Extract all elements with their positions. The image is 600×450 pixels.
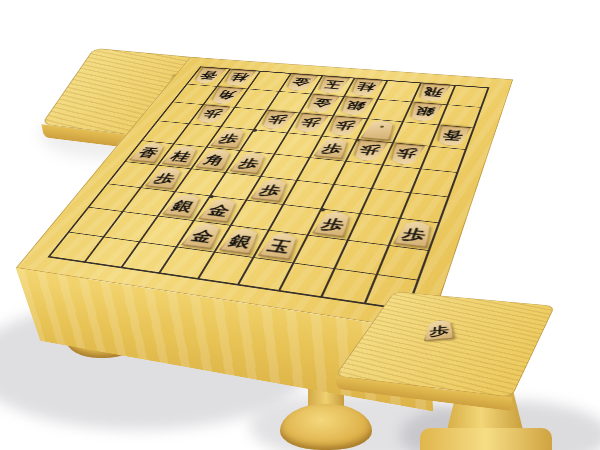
piece-kanji: 桂 [221,70,256,87]
shogi-piece: 歩 [312,210,355,237]
shogi-piece: 金 [283,74,318,92]
shogi-piece: 香 [190,67,225,84]
shogi-piece: 歩 [230,151,270,174]
piece-kanji: 歩 [387,143,425,166]
shogi-piece: 歩 [326,116,363,137]
shogi-piece: 銀 [337,97,373,117]
shogi-piece: 金 [181,221,226,249]
piece-kanji: 玉 [258,231,303,260]
piece-kanji: 銀 [406,102,442,122]
piece-kanji: 銀 [219,226,264,254]
photo-stage: 歩 香桂金玉桂飛角金銀銀歩歩歩歩香歩歩歩歩香桂角歩歩歩銀金歩歩金銀玉 [0,0,600,450]
piece-kanji: 金 [303,94,339,113]
shogi-piece: 歩 [393,219,435,248]
piece-kanji: 歩 [291,113,328,134]
shogi-piece: 銀 [406,102,442,122]
piece-kanji: 桂 [348,79,383,98]
shogi-piece: 玉 [315,76,350,94]
shogi-piece: 銀 [162,192,205,217]
shogi-piece: 角 [195,148,235,170]
piece-kanji: 金 [198,197,241,223]
shogi-piece: 歩 [314,137,353,159]
komadai-pedestal-base [420,428,552,450]
piece-kanji: 銀 [337,97,373,117]
piece-kanji: 香 [190,67,225,84]
foot-bulb [280,404,372,450]
shogi-piece: 歩 [193,105,231,125]
shogi-piece: 香 [434,125,471,147]
piece-body [361,119,398,140]
shogi-piece: 金 [198,197,241,223]
piece-kanji: 角 [207,87,244,105]
piece-body [219,226,264,254]
piece-kanji: 歩 [250,177,291,202]
piece-kanji: 飛 [416,84,451,103]
piece-kanji: 歩 [210,127,249,148]
piece-kanji: 歩 [145,166,187,189]
shogi-piece: 歩 [145,166,187,189]
star-point [252,129,258,132]
piece-body [250,177,291,202]
shogi-piece: 歩 [210,127,249,148]
piece-kanji: 金 [283,74,318,92]
shogi-piece: 銀 [219,226,264,254]
star-point [208,195,215,199]
shogi-piece: 歩 [387,143,425,166]
shogi-piece: 角 [207,87,244,105]
star-point [319,208,326,212]
piece-body [181,221,226,249]
shogi-piece: 歩 [291,113,328,134]
piece-kanji: 歩 [312,210,355,237]
shogi-piece: 玉 [258,231,303,260]
shogi-piece: 桂 [221,70,256,87]
komadai-right: 歩 [348,250,548,430]
shogi-piece: 歩 [250,177,291,202]
piece-kanji: 歩 [230,151,270,174]
piece-body [258,231,303,260]
piece-kanji: 香 [434,125,471,147]
shogi-piece: 金 [303,94,339,113]
piece-kanji: 歩 [314,137,353,159]
shogi-piece: 飛 [416,84,451,103]
piece-kanji: 歩 [193,105,231,125]
piece-kanji: 銀 [162,192,205,217]
shogi-piece: 桂 [348,79,383,98]
piece-body [198,197,241,223]
piece-body [162,192,205,217]
piece-body [393,219,435,248]
piece-kanji: 金 [181,221,226,249]
piece-body [312,210,355,237]
piece-kanji: 歩 [258,111,296,131]
piece-kanji: 歩 [326,116,363,137]
shogi-piece: 歩 [350,140,388,163]
piece-kanji: 玉 [315,76,350,94]
piece-kanji: 桂 [162,144,202,166]
piece-kanji: 歩 [350,140,388,163]
piece-kanji: 歩 [393,219,435,248]
shogi-piece: 歩 [258,111,296,131]
shogi-piece: 桂 [162,144,202,166]
piece-kanji: 角 [195,148,235,170]
shogi-piece [361,119,398,140]
